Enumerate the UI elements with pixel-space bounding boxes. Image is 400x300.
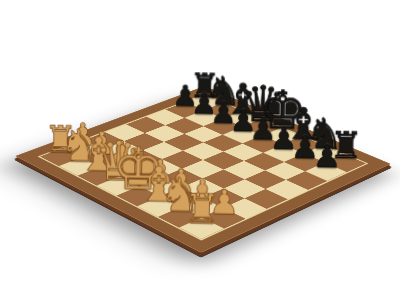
board-frame: ♜♞♝♛♚♝♞♜♟♟♟♟♟♟♟♟♟♟♟♟♟♟♟♟♜♞♝♛♚♝♞♜ <box>15 86 391 253</box>
black-pawn-a7: ♟ <box>172 81 199 110</box>
white-rook-a1: ♜ <box>44 121 78 159</box>
white-pawn-a2: ♟ <box>69 119 97 150</box>
black-rook-a8: ♜ <box>189 69 220 104</box>
chess-board: ♜♞♝♛♚♝♞♜♟♟♟♟♟♟♟♟♟♟♟♟♟♟♟♟♜♞♝♛♚♝♞♜ <box>38 94 369 240</box>
black-knight-g8: ♞ <box>305 112 344 155</box>
black-rook-h8: ♜ <box>329 127 363 165</box>
